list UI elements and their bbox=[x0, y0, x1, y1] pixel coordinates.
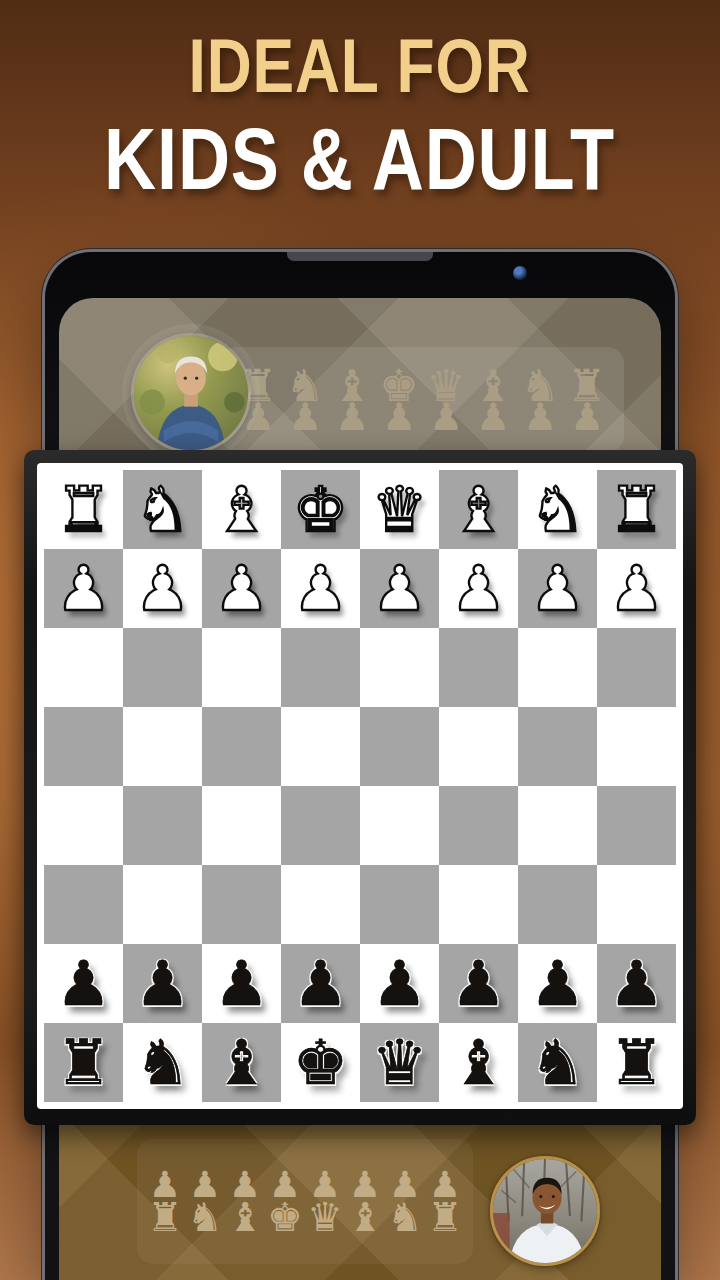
bottom-tray-pieces-row: ♜♞♝♚♛♝♞♜ bbox=[145, 1203, 465, 1237]
phone-speaker-slot bbox=[287, 252, 433, 261]
piece-black-king-e8[interactable]: ♚ bbox=[293, 1032, 349, 1094]
chess-board-frame: ♜♞♝♚♛♝♞♜♟♟♟♟♟♟♟♟♟♟♟♟♟♟♟♟♜♞♝♚♛♝♞♜ bbox=[24, 450, 696, 1125]
piece-white-pawn-g2[interactable]: ♟ bbox=[135, 558, 191, 620]
ghost-rook-icon: ♜ bbox=[145, 1197, 185, 1237]
ghost-pawn-icon: ♟ bbox=[564, 398, 611, 436]
square-d5[interactable] bbox=[360, 786, 439, 865]
square-c3[interactable] bbox=[439, 628, 518, 707]
piece-white-pawn-c2[interactable]: ♟ bbox=[451, 558, 507, 620]
captured-tray-bottom: ♟♟♟♟♟♟♟♟♜♞♝♚♛♝♞♜ bbox=[137, 1139, 473, 1264]
piece-black-knight-g8[interactable]: ♞ bbox=[135, 1032, 191, 1094]
senior-man-photo-illustration bbox=[134, 336, 248, 450]
piece-white-pawn-h2[interactable]: ♟ bbox=[56, 558, 112, 620]
square-b5[interactable] bbox=[518, 786, 597, 865]
square-a8[interactable]: ♜ bbox=[597, 1023, 676, 1102]
ghost-king-icon: ♚ bbox=[265, 1197, 305, 1237]
square-a6[interactable] bbox=[597, 865, 676, 944]
square-a2[interactable]: ♟ bbox=[597, 549, 676, 628]
square-c5[interactable] bbox=[439, 786, 518, 865]
piece-black-pawn-c7[interactable]: ♟ bbox=[451, 953, 507, 1015]
ghost-pawn-icon: ♟ bbox=[376, 398, 423, 436]
captured-tray-top: ♜♞♝♚♛♝♞♜♟♟♟♟♟♟♟♟ bbox=[221, 347, 624, 452]
ghost-pawn-icon: ♟ bbox=[329, 398, 376, 436]
square-c8[interactable]: ♝ bbox=[439, 1023, 518, 1102]
piece-black-pawn-e7[interactable]: ♟ bbox=[293, 953, 349, 1015]
piece-white-knight-b1[interactable]: ♞ bbox=[530, 479, 586, 541]
square-a5[interactable] bbox=[597, 786, 676, 865]
headline-line-2: KIDS & ADULT bbox=[0, 108, 720, 210]
square-f8[interactable]: ♝ bbox=[202, 1023, 281, 1102]
square-g6[interactable] bbox=[123, 865, 202, 944]
ghost-pawn-icon: ♟ bbox=[470, 398, 517, 436]
piece-black-knight-b8[interactable]: ♞ bbox=[530, 1032, 586, 1094]
square-a1[interactable]: ♜ bbox=[597, 470, 676, 549]
player-avatar-bottom[interactable] bbox=[490, 1156, 600, 1266]
square-f5[interactable] bbox=[202, 786, 281, 865]
square-d6[interactable] bbox=[360, 865, 439, 944]
square-d4[interactable] bbox=[360, 707, 439, 786]
square-h1[interactable]: ♜ bbox=[44, 470, 123, 549]
square-b6[interactable] bbox=[518, 865, 597, 944]
piece-black-rook-h8[interactable]: ♜ bbox=[56, 1032, 112, 1094]
square-c6[interactable] bbox=[439, 865, 518, 944]
square-a7[interactable]: ♟ bbox=[597, 944, 676, 1023]
ghost-knight-icon: ♞ bbox=[385, 1197, 425, 1237]
square-b4[interactable] bbox=[518, 707, 597, 786]
square-h5[interactable] bbox=[44, 786, 123, 865]
piece-white-pawn-f2[interactable]: ♟ bbox=[214, 558, 270, 620]
piece-white-rook-a1[interactable]: ♜ bbox=[609, 479, 665, 541]
piece-black-bishop-f8[interactable]: ♝ bbox=[214, 1032, 270, 1094]
square-e2[interactable]: ♟ bbox=[281, 549, 360, 628]
piece-white-pawn-d2[interactable]: ♟ bbox=[372, 558, 428, 620]
square-b8[interactable]: ♞ bbox=[518, 1023, 597, 1102]
square-h7[interactable]: ♟ bbox=[44, 944, 123, 1023]
square-h3[interactable] bbox=[44, 628, 123, 707]
square-c4[interactable] bbox=[439, 707, 518, 786]
square-e1[interactable]: ♚ bbox=[281, 470, 360, 549]
square-c2[interactable]: ♟ bbox=[439, 549, 518, 628]
square-h4[interactable] bbox=[44, 707, 123, 786]
piece-white-rook-h1[interactable]: ♜ bbox=[56, 479, 112, 541]
square-f1[interactable]: ♝ bbox=[202, 470, 281, 549]
chess-board[interactable]: ♜♞♝♚♛♝♞♜♟♟♟♟♟♟♟♟♟♟♟♟♟♟♟♟♜♞♝♚♛♝♞♜ bbox=[44, 470, 676, 1102]
square-e3[interactable] bbox=[281, 628, 360, 707]
ghost-bishop-icon: ♝ bbox=[225, 1197, 265, 1237]
piece-black-pawn-f7[interactable]: ♟ bbox=[214, 953, 270, 1015]
square-d1[interactable]: ♛ bbox=[360, 470, 439, 549]
square-d8[interactable]: ♛ bbox=[360, 1023, 439, 1102]
piece-white-knight-g1[interactable]: ♞ bbox=[135, 479, 191, 541]
square-g4[interactable] bbox=[123, 707, 202, 786]
square-d3[interactable] bbox=[360, 628, 439, 707]
square-a3[interactable] bbox=[597, 628, 676, 707]
piece-black-pawn-b7[interactable]: ♟ bbox=[530, 953, 586, 1015]
piece-black-queen-d8[interactable]: ♛ bbox=[372, 1032, 428, 1094]
square-e5[interactable] bbox=[281, 786, 360, 865]
square-f3[interactable] bbox=[202, 628, 281, 707]
square-e8[interactable]: ♚ bbox=[281, 1023, 360, 1102]
ghost-queen-icon: ♛ bbox=[305, 1197, 345, 1237]
square-g2[interactable]: ♟ bbox=[123, 549, 202, 628]
piece-white-pawn-a2[interactable]: ♟ bbox=[609, 558, 665, 620]
square-h2[interactable]: ♟ bbox=[44, 549, 123, 628]
square-g7[interactable]: ♟ bbox=[123, 944, 202, 1023]
smiling-man-photo-illustration bbox=[493, 1159, 597, 1263]
piece-white-pawn-e2[interactable]: ♟ bbox=[293, 558, 349, 620]
square-g1[interactable]: ♞ bbox=[123, 470, 202, 549]
square-c7[interactable]: ♟ bbox=[439, 944, 518, 1023]
piece-white-bishop-c1[interactable]: ♝ bbox=[451, 479, 507, 541]
square-c1[interactable]: ♝ bbox=[439, 470, 518, 549]
square-f6[interactable] bbox=[202, 865, 281, 944]
square-h8[interactable]: ♜ bbox=[44, 1023, 123, 1102]
square-f7[interactable]: ♟ bbox=[202, 944, 281, 1023]
square-b2[interactable]: ♟ bbox=[518, 549, 597, 628]
piece-white-bishop-f1[interactable]: ♝ bbox=[214, 479, 270, 541]
piece-black-pawn-a7[interactable]: ♟ bbox=[609, 953, 665, 1015]
chess-board-margin: ♜♞♝♚♛♝♞♜♟♟♟♟♟♟♟♟♟♟♟♟♟♟♟♟♜♞♝♚♛♝♞♜ bbox=[37, 463, 683, 1109]
ghost-bishop-icon: ♝ bbox=[345, 1197, 385, 1237]
square-g8[interactable]: ♞ bbox=[123, 1023, 202, 1102]
square-f4[interactable] bbox=[202, 707, 281, 786]
square-g5[interactable] bbox=[123, 786, 202, 865]
square-e4[interactable] bbox=[281, 707, 360, 786]
square-d7[interactable]: ♟ bbox=[360, 944, 439, 1023]
ghost-knight-icon: ♞ bbox=[185, 1197, 225, 1237]
piece-white-king-e1[interactable]: ♚ bbox=[293, 479, 349, 541]
piece-black-bishop-c8[interactable]: ♝ bbox=[451, 1032, 507, 1094]
phone-front-camera bbox=[513, 266, 527, 280]
square-g3[interactable] bbox=[123, 628, 202, 707]
ghost-pawn-icon: ♟ bbox=[282, 398, 329, 436]
square-e7[interactable]: ♟ bbox=[281, 944, 360, 1023]
ghost-rook-icon: ♜ bbox=[425, 1197, 465, 1237]
square-b7[interactable]: ♟ bbox=[518, 944, 597, 1023]
square-b1[interactable]: ♞ bbox=[518, 470, 597, 549]
square-b3[interactable] bbox=[518, 628, 597, 707]
top-tray-pawns-row: ♟♟♟♟♟♟♟♟ bbox=[235, 408, 611, 436]
square-e6[interactable] bbox=[281, 865, 360, 944]
piece-white-pawn-b2[interactable]: ♟ bbox=[530, 558, 586, 620]
ghost-pawn-icon: ♟ bbox=[517, 398, 564, 436]
piece-black-pawn-h7[interactable]: ♟ bbox=[56, 953, 112, 1015]
square-d2[interactable]: ♟ bbox=[360, 549, 439, 628]
piece-black-rook-a8[interactable]: ♜ bbox=[609, 1032, 665, 1094]
ghost-pawn-icon: ♟ bbox=[423, 398, 470, 436]
player-avatar-top[interactable] bbox=[131, 333, 251, 453]
headline-line-1: IDEAL FOR bbox=[0, 22, 720, 109]
square-a4[interactable] bbox=[597, 707, 676, 786]
piece-black-pawn-g7[interactable]: ♟ bbox=[135, 953, 191, 1015]
square-f2[interactable]: ♟ bbox=[202, 549, 281, 628]
piece-black-pawn-d7[interactable]: ♟ bbox=[372, 953, 428, 1015]
piece-white-queen-d1[interactable]: ♛ bbox=[372, 479, 428, 541]
square-h6[interactable] bbox=[44, 865, 123, 944]
